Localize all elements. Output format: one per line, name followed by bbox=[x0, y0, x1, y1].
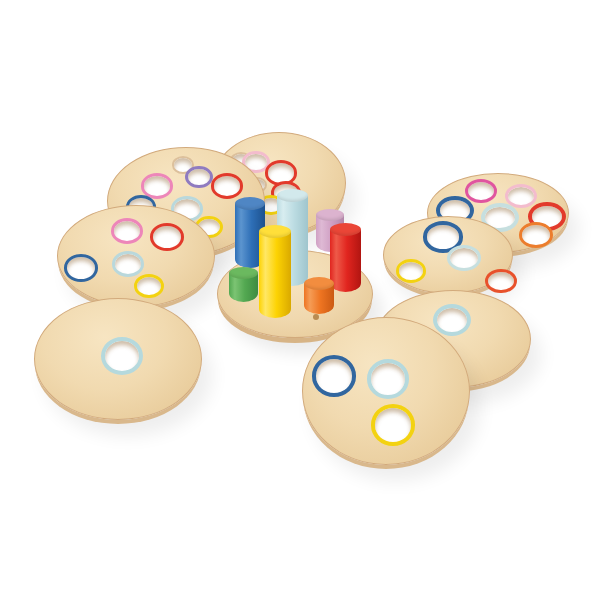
hole-ring-2 bbox=[64, 254, 98, 281]
peg-orange-top bbox=[304, 277, 334, 290]
hole-ring-0 bbox=[312, 355, 356, 396]
hole-ring-3 bbox=[485, 269, 517, 294]
hole-ring-0 bbox=[433, 304, 471, 336]
hole-ring-1 bbox=[447, 245, 481, 271]
peg-red bbox=[330, 230, 361, 293]
hole-ring-1 bbox=[150, 223, 184, 250]
disc-bottom-middle bbox=[302, 317, 470, 465]
disc-bottom-left bbox=[34, 298, 202, 420]
disc-right-middle bbox=[383, 216, 513, 294]
hole-ring-2 bbox=[185, 166, 213, 188]
base-dowel-hole bbox=[313, 314, 319, 320]
hole-ring-3 bbox=[211, 173, 243, 198]
hole-ring-0 bbox=[101, 337, 143, 375]
hole-ring-1 bbox=[367, 359, 409, 398]
peg-pink-top bbox=[316, 209, 344, 221]
peg-light-blue-top bbox=[277, 189, 308, 202]
peg-yellow-top bbox=[259, 225, 291, 238]
product-photo-wooden-peg-game bbox=[0, 0, 600, 600]
hole-ring-0 bbox=[111, 218, 143, 244]
hole-ring-0 bbox=[465, 179, 497, 203]
disc-left-front bbox=[57, 205, 215, 307]
hole-ring-3 bbox=[112, 251, 144, 277]
hole-ring-5 bbox=[519, 222, 553, 248]
hole-ring-2 bbox=[371, 404, 415, 445]
hole-ring-2 bbox=[396, 259, 426, 282]
peg-green-top bbox=[229, 267, 258, 279]
peg-blue-top bbox=[235, 197, 265, 210]
hole-ring-4 bbox=[134, 274, 164, 298]
peg-yellow bbox=[259, 232, 291, 319]
peg-red-top bbox=[330, 223, 361, 236]
